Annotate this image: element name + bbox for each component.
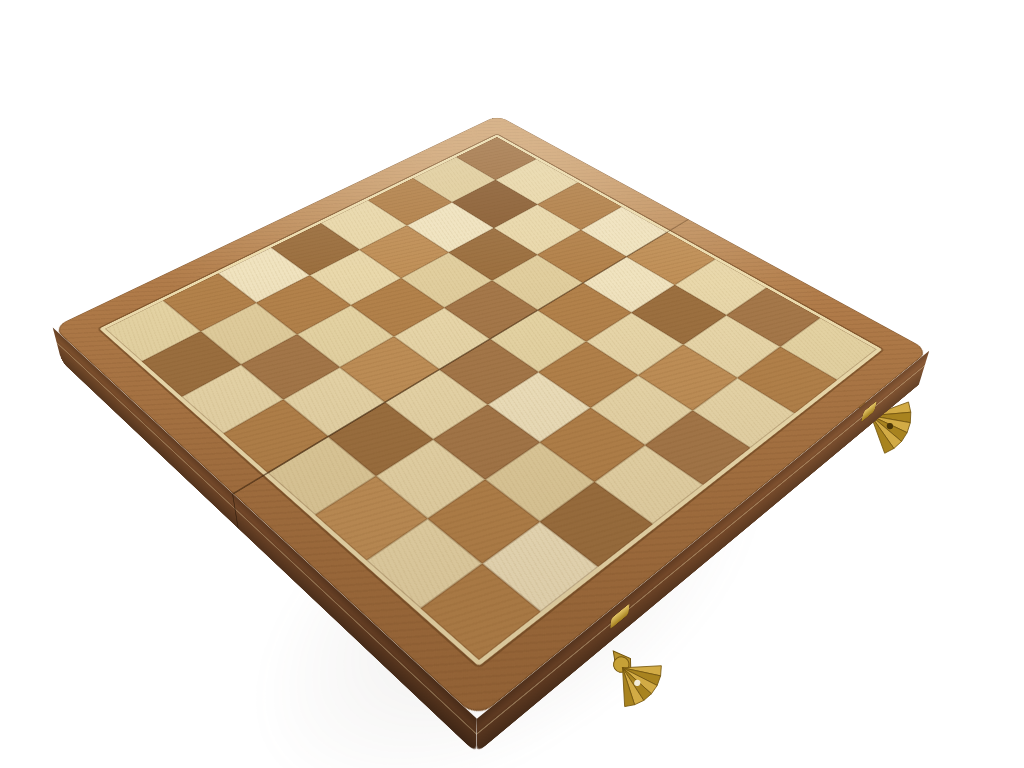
- square-h5: [645, 410, 751, 485]
- brass-knuckle: [610, 604, 629, 630]
- square-d3: [340, 336, 439, 402]
- square-h2: [482, 521, 598, 611]
- square-d1: [223, 399, 328, 473]
- square-h6: [693, 378, 796, 448]
- square-f3: [434, 405, 539, 479]
- square-g6: [638, 344, 738, 410]
- square-h3: [540, 482, 653, 567]
- square-f5: [539, 342, 638, 408]
- square-g5: [590, 375, 692, 445]
- square-d2: [283, 367, 385, 436]
- square-g3: [485, 442, 594, 521]
- square-g4: [539, 408, 645, 482]
- square-g1: [366, 518, 482, 608]
- square-h7: [737, 347, 837, 413]
- square-b1: [142, 331, 241, 396]
- square-c1: [181, 364, 283, 433]
- brass-hinge-icon: [598, 647, 677, 722]
- square-h1: [420, 563, 540, 660]
- square-e3: [385, 370, 487, 440]
- square-h4: [594, 445, 703, 524]
- square-c2: [241, 334, 340, 399]
- photo-canvas: [0, 0, 1024, 768]
- square-f1: [315, 476, 427, 560]
- square-e4: [439, 339, 538, 405]
- square-e2: [328, 402, 433, 476]
- square-e1: [268, 436, 377, 515]
- brass-knuckle: [861, 401, 877, 422]
- square-g2: [428, 479, 540, 563]
- square-f4: [488, 372, 590, 442]
- square-f2: [376, 439, 485, 518]
